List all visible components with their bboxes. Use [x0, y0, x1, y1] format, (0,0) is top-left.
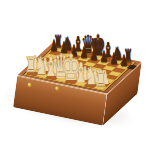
- white-rook-h1[interactable]: ♜: [95, 68, 107, 90]
- chess-set-photo: ♜♞♝♛♚♝♞♜♟♟♟♟♟♟♟♟♟♟♟♟♟♟♟♟♜♞♝♛♚♝♞♜: [0, 0, 150, 150]
- brass-hinge-icon: [55, 86, 60, 91]
- black-pawn-h7[interactable]: ♟: [120, 53, 128, 68]
- black-pawn-g7[interactable]: ♟: [110, 51, 118, 66]
- black-pawn-f7[interactable]: ♟: [100, 49, 108, 64]
- black-pawn-e7[interactable]: ♟: [90, 47, 98, 62]
- brass-hinge-icon: [27, 83, 32, 88]
